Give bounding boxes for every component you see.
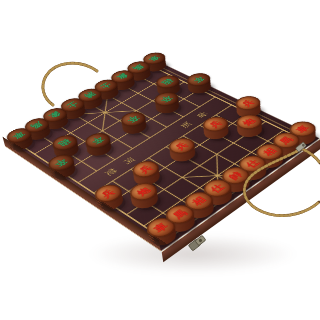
piece-character: 馬 <box>171 208 188 220</box>
piece-character: 帥 <box>227 170 244 180</box>
piece-character: 炮 <box>241 117 257 126</box>
piece-character: 相 <box>190 195 207 206</box>
piece-character: 車 <box>294 124 310 133</box>
piece-character: 象 <box>47 110 62 118</box>
piece-character: 炮 <box>135 186 152 197</box>
xiangqi-product-photo: 楚 河 漢 界 車馬象士將士象馬車砲砲卒卒卒卒卒兵兵兵兵兵炮炮車馬相仕帥仕相馬車 <box>0 0 320 320</box>
piece-character: 車 <box>151 221 169 233</box>
piece-character: 將 <box>82 91 96 99</box>
piece-character: 砲 <box>57 137 72 146</box>
piece-character: 車 <box>147 54 161 61</box>
piece-character: 卒 <box>53 158 69 168</box>
piece-character: 兵 <box>240 98 255 106</box>
piece-character: 兵 <box>137 164 153 174</box>
piece-character: 卒 <box>191 75 205 83</box>
piece-character: 卒 <box>159 94 174 102</box>
piece-character: 馬 <box>131 63 145 70</box>
piece-character: 相 <box>261 146 277 156</box>
piece-character: 兵 <box>99 188 116 199</box>
piece-character: 士 <box>99 81 113 89</box>
piece-character: 仕 <box>244 158 261 168</box>
xiangqi-board[interactable]: 楚 河 漢 界 車馬象士將士象馬車砲砲卒卒卒卒卒兵兵兵兵兵炮炮車馬相仕帥仕相馬車 <box>5 60 319 251</box>
piece-character: 馬 <box>29 120 44 129</box>
piece-character: 兵 <box>173 141 189 151</box>
piece-character: 車 <box>11 131 26 140</box>
piece-character: 卒 <box>125 114 140 123</box>
piece-character: 仕 <box>209 182 226 193</box>
piece-character: 象 <box>115 72 129 80</box>
piece-character: 士 <box>65 100 79 108</box>
piece-character: 卒 <box>90 136 105 145</box>
piece-character: 砲 <box>160 77 174 85</box>
piece-character: 兵 <box>208 119 224 128</box>
piece-character: 馬 <box>278 135 294 145</box>
